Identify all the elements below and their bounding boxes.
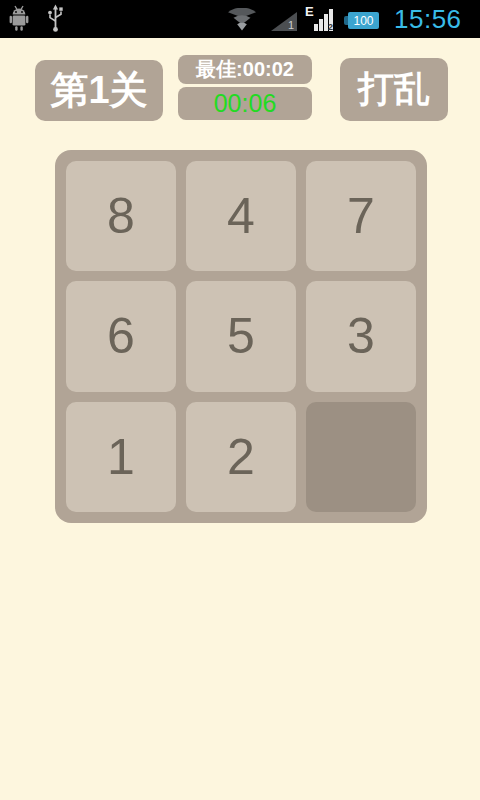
tile-5[interactable]: 5 [186,281,296,391]
android-debug-icon [9,5,29,32]
tile-7[interactable]: 7 [306,161,416,271]
tile-1[interactable]: 1 [66,402,176,512]
battery-icon: 100 [348,12,379,29]
status-bar: 1 E 2 100 15:56 [0,0,480,38]
sim1-label: 1 [288,20,294,31]
tile-6[interactable]: 6 [66,281,176,391]
best-time-label: 最佳:00:02 [196,56,294,83]
current-timer-value: 00:06 [214,89,277,118]
wifi-icon [227,8,257,31]
tile-2[interactable]: 2 [186,402,296,512]
cell-signal-sim2-icon: E 2 [305,7,337,31]
sim2-label: 2 [328,23,333,32]
status-clock: 15:56 [394,5,462,33]
tile-8[interactable]: 8 [66,161,176,271]
best-time-badge: 最佳:00:02 [178,55,312,84]
network-type-label: E [305,5,314,18]
current-timer-badge: 00:06 [178,87,312,120]
battery-nub [344,16,348,25]
usb-icon [46,3,65,34]
level-button[interactable]: 第1关 [35,60,163,121]
empty-cell [306,402,416,512]
tile-4[interactable]: 4 [186,161,296,271]
tile-3[interactable]: 3 [306,281,416,391]
app-screen: { "game": "8-puzzle (3x3 sliding number … [0,0,480,800]
cell-signal-sim1-icon: 1 [271,12,297,31]
puzzle-board: 84765312 [55,150,427,523]
battery-percent: 100 [353,14,373,28]
shuffle-button[interactable]: 打乱 [340,58,448,121]
